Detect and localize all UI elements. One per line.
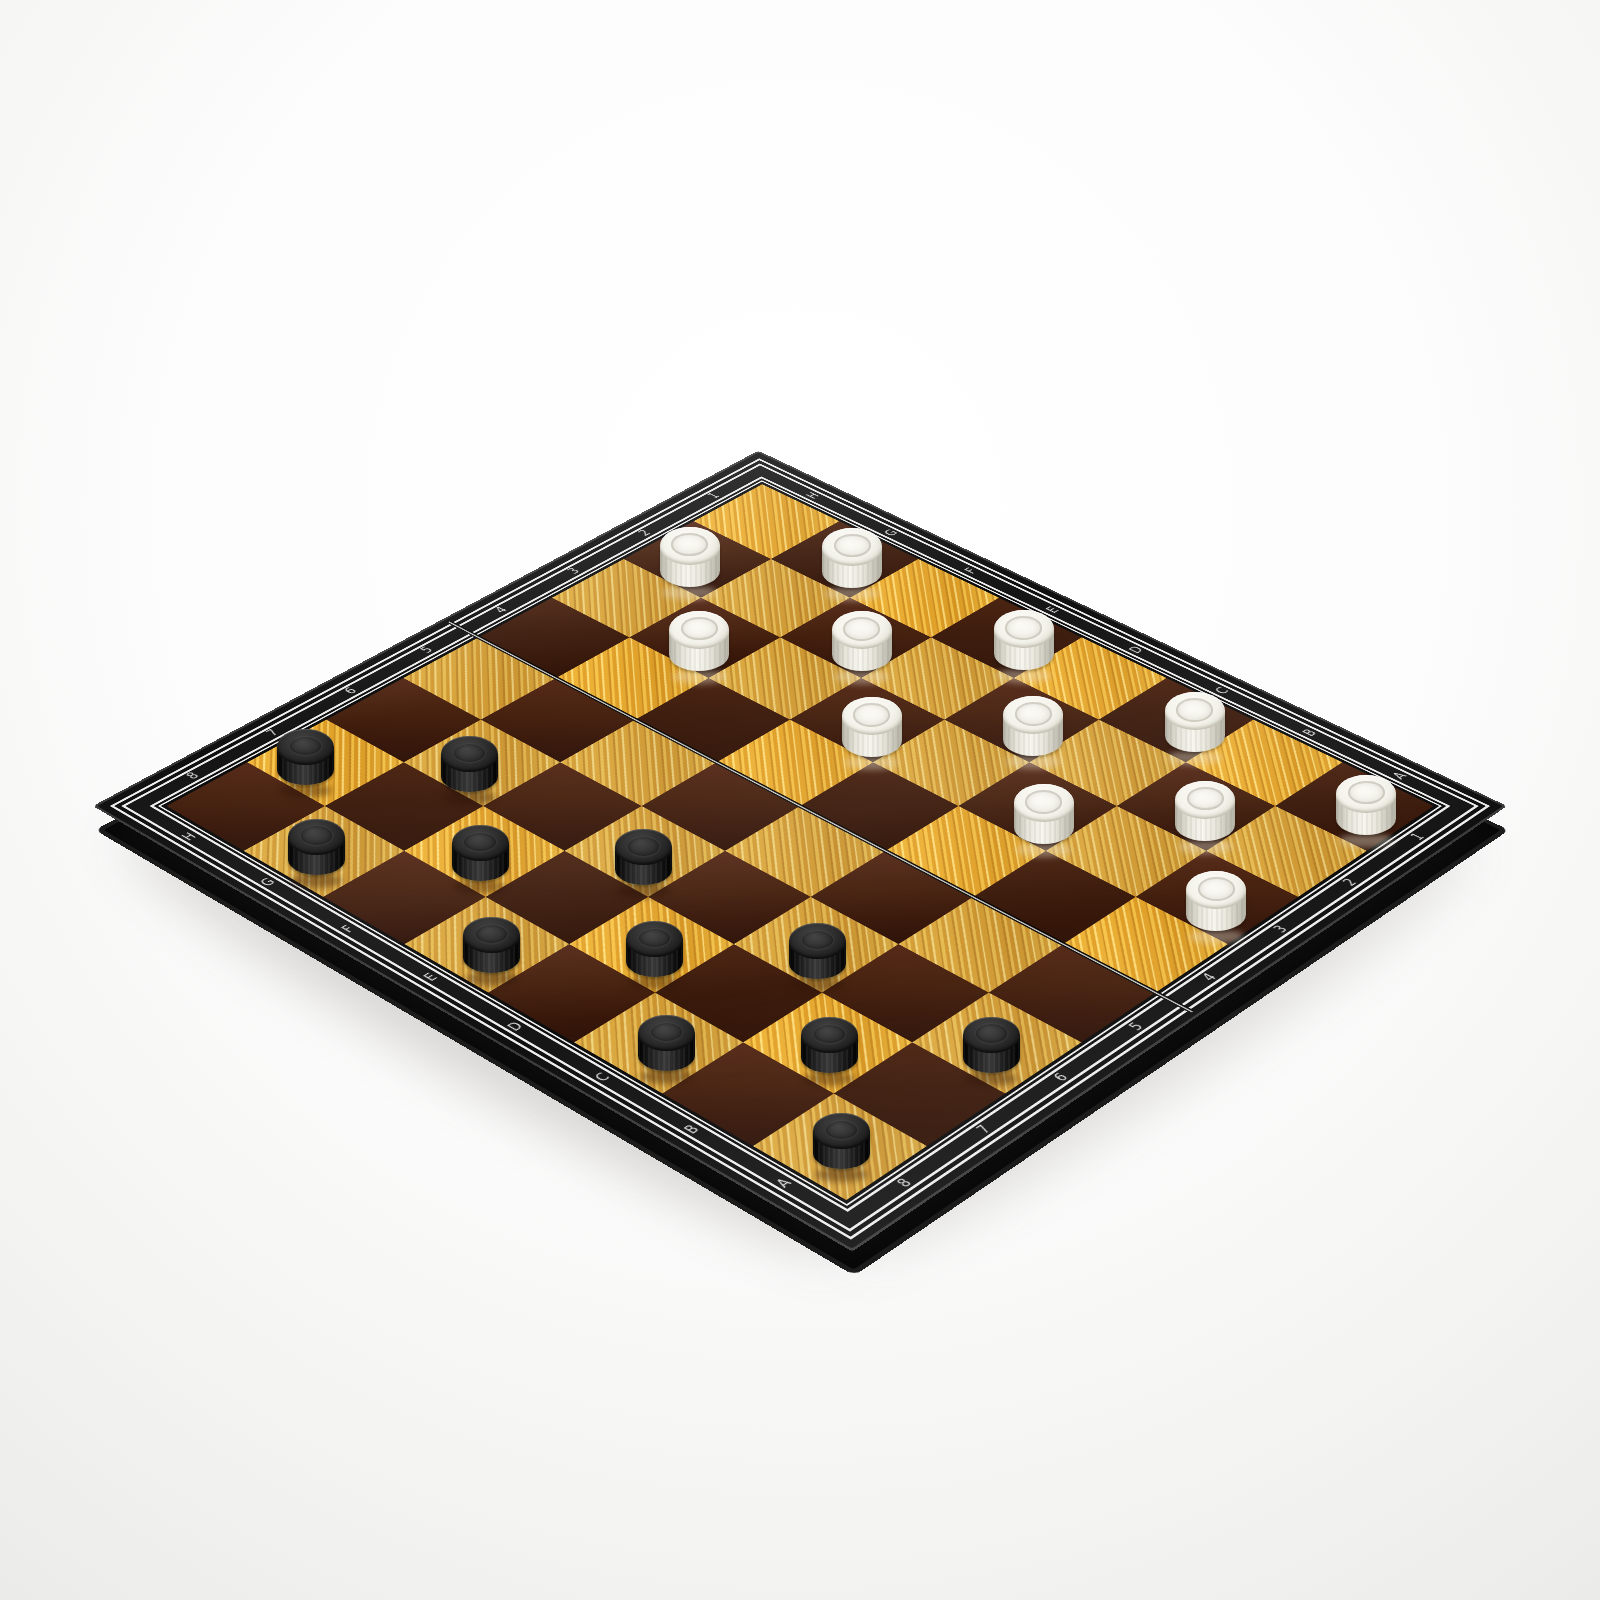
crown-motif-icon xyxy=(1015,702,1052,726)
piece-white-E1[interactable] xyxy=(994,610,1054,670)
piece-top xyxy=(669,611,729,649)
piece-top xyxy=(1336,775,1396,813)
piece-top xyxy=(626,921,683,957)
piece-reflection xyxy=(1339,833,1394,848)
piece-reflection xyxy=(628,975,680,990)
crown-motif-icon xyxy=(671,533,708,557)
piece-reflection xyxy=(640,1069,692,1084)
crown-motif-icon xyxy=(1025,790,1062,814)
rank-label-left-2: 2 xyxy=(633,527,656,539)
checkers-board xyxy=(166,484,1433,1200)
crown-motif-icon xyxy=(299,824,334,846)
piece-black-D7[interactable] xyxy=(626,921,683,977)
crown-motif-icon xyxy=(843,617,880,641)
piece-black-G6[interactable] xyxy=(441,736,498,792)
piece-reflection xyxy=(465,971,517,986)
piece-white-B2[interactable] xyxy=(1175,781,1235,841)
piece-top xyxy=(822,528,882,566)
crown-motif-icon xyxy=(812,1023,847,1045)
crown-motif-icon xyxy=(462,831,497,853)
piece-reflection xyxy=(791,977,843,992)
file-label-top-H: H xyxy=(802,490,825,502)
rank-label-right-2: 2 xyxy=(1337,875,1363,890)
piece-black-A8[interactable] xyxy=(813,1113,870,1169)
piece-black-B7[interactable] xyxy=(801,1017,858,1073)
piece-reflection xyxy=(825,586,880,601)
file-label-bottom-A: A xyxy=(770,1174,798,1191)
piece-top xyxy=(789,923,846,959)
piece-top xyxy=(452,825,509,861)
crown-motif-icon xyxy=(681,617,718,641)
piece-top xyxy=(842,697,902,735)
crown-motif-icon xyxy=(834,534,871,558)
file-label-top-D: D xyxy=(1124,643,1148,656)
piece-reflection xyxy=(965,1071,1017,1086)
piece-black-G8[interactable] xyxy=(288,819,345,875)
rank-label-left-4: 4 xyxy=(489,604,513,617)
crown-motif-icon xyxy=(626,835,661,857)
crown-motif-icon xyxy=(800,929,835,951)
piece-top xyxy=(463,917,520,953)
file-label-bottom-B: B xyxy=(678,1121,706,1138)
file-label-bottom-G: G xyxy=(255,875,281,890)
piece-top xyxy=(813,1113,870,1149)
file-label-top-G: G xyxy=(879,527,902,539)
rank-label-left-8: 8 xyxy=(180,769,205,783)
rank-label-right-7: 7 xyxy=(970,1121,998,1138)
file-label-top-F: F xyxy=(959,565,983,577)
piece-white-C1[interactable] xyxy=(1165,692,1225,752)
piece-top xyxy=(288,819,345,855)
piece-reflection xyxy=(803,1071,855,1086)
piece-black-H7[interactable] xyxy=(277,729,334,785)
piece-top xyxy=(801,1017,858,1053)
piece-reflection xyxy=(443,790,495,805)
piece-white-A3[interactable] xyxy=(1186,871,1246,931)
piece-white-F2[interactable] xyxy=(832,611,892,671)
piece-black-E6[interactable] xyxy=(615,829,672,885)
piece-reflection xyxy=(1178,839,1233,854)
piece-top xyxy=(1175,781,1235,819)
piece-top xyxy=(441,736,498,772)
crown-motif-icon xyxy=(452,742,487,764)
crown-motif-icon xyxy=(474,923,509,945)
rank-label-left-1: 1 xyxy=(702,490,725,502)
piece-reflection xyxy=(996,668,1051,683)
rank-label-left-3: 3 xyxy=(562,565,586,577)
crown-motif-icon xyxy=(637,927,672,949)
crown-motif-icon xyxy=(1187,787,1224,811)
rank-label-right-3: 3 xyxy=(1268,922,1294,937)
rank-label-left-5: 5 xyxy=(415,643,439,656)
rank-label-right-6: 6 xyxy=(1047,1069,1074,1086)
file-label-bottom-E: E xyxy=(417,969,444,985)
crown-motif-icon xyxy=(1176,698,1213,722)
piece-top xyxy=(963,1017,1020,1053)
piece-white-G3[interactable] xyxy=(669,611,729,671)
piece-reflection xyxy=(1006,754,1061,769)
file-label-top-B: B xyxy=(1298,726,1323,740)
file-label-bottom-C: C xyxy=(589,1069,616,1086)
crown-motif-icon xyxy=(853,703,890,727)
piece-black-A6[interactable] xyxy=(963,1017,1020,1073)
file-label-bottom-H: H xyxy=(177,829,203,843)
piece-black-C6[interactable] xyxy=(789,923,846,979)
piece-reflection xyxy=(1189,929,1244,944)
rank-label-right-8: 8 xyxy=(890,1174,918,1191)
piece-top xyxy=(832,611,892,649)
rank-label-right-1: 1 xyxy=(1405,829,1431,843)
piece-white-C3[interactable] xyxy=(1014,784,1074,844)
piece-black-F7[interactable] xyxy=(452,825,509,881)
rank-label-right-4: 4 xyxy=(1196,969,1223,985)
piece-top xyxy=(638,1015,695,1051)
crown-motif-icon xyxy=(1348,781,1385,805)
crown-motif-icon xyxy=(974,1022,1009,1044)
piece-white-E3[interactable] xyxy=(842,697,902,757)
piece-reflection xyxy=(672,669,727,684)
piece-white-D2[interactable] xyxy=(1003,696,1063,756)
crown-motif-icon xyxy=(288,735,323,757)
piece-white-H2[interactable] xyxy=(660,527,720,587)
crown-motif-icon xyxy=(1005,616,1042,640)
piece-black-E8[interactable] xyxy=(463,917,520,973)
crown-motif-icon xyxy=(1198,877,1235,901)
piece-reflection xyxy=(290,873,342,888)
piece-top xyxy=(660,527,720,565)
piece-white-G1[interactable] xyxy=(822,528,882,588)
crown-motif-icon xyxy=(649,1021,684,1043)
piece-reflection xyxy=(662,585,717,600)
rank-label-left-6: 6 xyxy=(339,684,364,697)
piece-reflection xyxy=(815,1167,867,1182)
file-label-bottom-F: F xyxy=(335,922,361,937)
piece-black-C8[interactable] xyxy=(638,1015,695,1071)
crown-motif-icon xyxy=(824,1119,859,1141)
piece-top xyxy=(1014,784,1074,822)
rank-label-right-5: 5 xyxy=(1123,1019,1150,1035)
piece-top xyxy=(994,610,1054,648)
file-label-bottom-D: D xyxy=(502,1019,529,1035)
piece-white-A1[interactable] xyxy=(1336,775,1396,835)
scene: HGFEDCBAHGFEDCBA1234567812345678 xyxy=(0,0,1600,1600)
